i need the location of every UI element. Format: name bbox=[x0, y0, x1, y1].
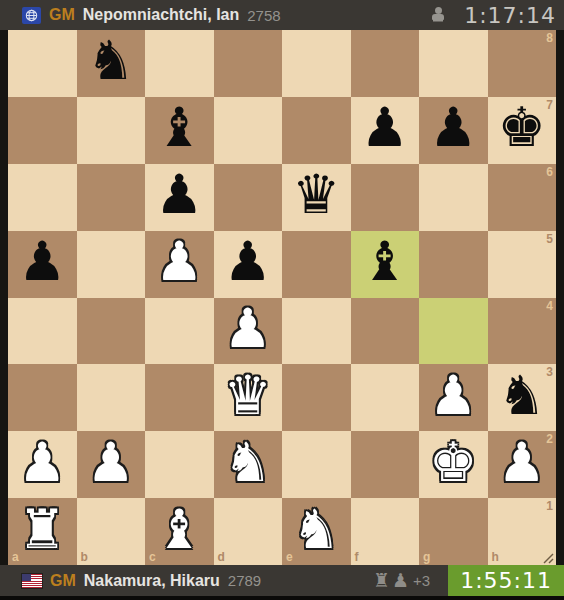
bottom-player-rating: 2789 bbox=[228, 572, 261, 589]
piece-white-pawn-c5[interactable]: ♟ bbox=[155, 235, 203, 289]
bottom-player-bar: GM Nakamura, Hikaru 2789 ♜♟+3 1:55:11 bbox=[0, 565, 564, 600]
square-f2[interactable] bbox=[351, 431, 420, 498]
square-b6[interactable] bbox=[77, 164, 146, 231]
square-g5[interactable] bbox=[419, 231, 488, 298]
square-g3[interactable]: ♟ bbox=[419, 364, 488, 431]
piece-black-pawn-d5[interactable]: ♟ bbox=[224, 235, 272, 289]
square-e8[interactable] bbox=[282, 30, 351, 97]
captured-pawn-icon: ♟ bbox=[392, 571, 409, 590]
square-b2[interactable]: ♟ bbox=[77, 431, 146, 498]
piece-black-pawn-c6[interactable]: ♟ bbox=[155, 168, 203, 222]
piece-white-queen-d3[interactable]: ♛ bbox=[224, 369, 272, 423]
square-e1[interactable]: ♞e bbox=[282, 498, 351, 565]
globe-icon bbox=[22, 7, 41, 24]
square-a7[interactable] bbox=[8, 97, 77, 164]
square-g6[interactable] bbox=[419, 164, 488, 231]
piece-white-rook-a1[interactable]: ♜ bbox=[18, 503, 66, 557]
square-b7[interactable] bbox=[77, 97, 146, 164]
square-d2[interactable]: ♞ bbox=[214, 431, 283, 498]
square-g8[interactable] bbox=[419, 30, 488, 97]
bottom-player-clock: 1:55:11 bbox=[448, 565, 564, 596]
piece-black-bishop-f5[interactable]: ♝ bbox=[361, 235, 409, 289]
rank-label-1: 1 bbox=[546, 500, 553, 512]
chess-app-window: GM Nepomniachtchi, Ian 2758 1:17:14 ♞8♝♟… bbox=[0, 0, 564, 600]
square-f6[interactable] bbox=[351, 164, 420, 231]
rank-label-7: 7 bbox=[546, 99, 553, 111]
square-d8[interactable] bbox=[214, 30, 283, 97]
square-e4[interactable] bbox=[282, 298, 351, 365]
square-c4[interactable] bbox=[145, 298, 214, 365]
file-label-c: c bbox=[149, 551, 156, 563]
bottom-player-name: Nakamura, Hikaru bbox=[84, 572, 220, 590]
square-f3[interactable] bbox=[351, 364, 420, 431]
piece-white-pawn-b2[interactable]: ♟ bbox=[87, 436, 135, 490]
square-h3[interactable]: ♞3 bbox=[488, 364, 557, 431]
square-c5[interactable]: ♟ bbox=[145, 231, 214, 298]
piece-white-pawn-h2[interactable]: ♟ bbox=[498, 436, 546, 490]
square-f5[interactable]: ♝ bbox=[351, 231, 420, 298]
square-a4[interactable] bbox=[8, 298, 77, 365]
square-f8[interactable] bbox=[351, 30, 420, 97]
square-b4[interactable] bbox=[77, 298, 146, 365]
piece-black-queen-e6[interactable]: ♛ bbox=[292, 168, 340, 222]
square-h7[interactable]: ♚7 bbox=[488, 97, 557, 164]
rank-label-2: 2 bbox=[546, 433, 553, 445]
top-player-title: GM bbox=[49, 6, 75, 24]
rank-label-3: 3 bbox=[546, 366, 553, 378]
square-e3[interactable] bbox=[282, 364, 351, 431]
square-d6[interactable] bbox=[214, 164, 283, 231]
square-e5[interactable] bbox=[282, 231, 351, 298]
square-e7[interactable] bbox=[282, 97, 351, 164]
piece-white-bishop-c1[interactable]: ♝ bbox=[155, 503, 203, 557]
rank-label-4: 4 bbox=[546, 300, 553, 312]
file-label-f: f bbox=[355, 551, 359, 563]
square-c8[interactable] bbox=[145, 30, 214, 97]
file-label-e: e bbox=[286, 551, 293, 563]
rank-label-8: 8 bbox=[546, 32, 553, 44]
square-a1[interactable]: ♜a bbox=[8, 498, 77, 565]
square-f4[interactable] bbox=[351, 298, 420, 365]
spectator-icon bbox=[430, 7, 446, 24]
square-d7[interactable] bbox=[214, 97, 283, 164]
piece-white-knight-d2[interactable]: ♞ bbox=[224, 436, 272, 490]
piece-black-pawn-g7[interactable]: ♟ bbox=[429, 101, 477, 155]
square-g7[interactable]: ♟ bbox=[419, 97, 488, 164]
square-g1[interactable]: g bbox=[419, 498, 488, 565]
square-c1[interactable]: ♝c bbox=[145, 498, 214, 565]
material-advantage: +3 bbox=[413, 572, 430, 589]
square-b1[interactable]: b bbox=[77, 498, 146, 565]
square-e2[interactable] bbox=[282, 431, 351, 498]
square-h5[interactable]: 5 bbox=[488, 231, 557, 298]
square-d3[interactable]: ♛ bbox=[214, 364, 283, 431]
board-resize-handle[interactable] bbox=[542, 552, 554, 564]
file-label-d: d bbox=[218, 551, 225, 563]
piece-black-knight-b8[interactable]: ♞ bbox=[87, 34, 135, 88]
square-e6[interactable]: ♛ bbox=[282, 164, 351, 231]
square-f1[interactable]: f bbox=[351, 498, 420, 565]
square-d4[interactable]: ♟ bbox=[214, 298, 283, 365]
square-d5[interactable]: ♟ bbox=[214, 231, 283, 298]
square-h8[interactable]: 8 bbox=[488, 30, 557, 97]
top-player-clock: 1:17:14 bbox=[464, 3, 556, 28]
board: ♞8♝♟♟♚7♟♛6♟♟♟♝5♟4♛♟♞3♟♟♞♚♟2♜ab♝cd♞efg1h bbox=[8, 30, 556, 565]
captured-rook-icon: ♜ bbox=[373, 571, 390, 590]
top-player-name: Nepomniachtchi, Ian bbox=[83, 6, 239, 24]
square-c3[interactable] bbox=[145, 364, 214, 431]
piece-black-pawn-f7[interactable]: ♟ bbox=[361, 101, 409, 155]
piece-black-king-h7[interactable]: ♚ bbox=[498, 101, 546, 155]
square-a5[interactable]: ♟ bbox=[8, 231, 77, 298]
top-player-bar: GM Nepomniachtchi, Ian 2758 1:17:14 bbox=[0, 0, 564, 30]
square-g4[interactable] bbox=[419, 298, 488, 365]
rank-label-6: 6 bbox=[546, 166, 553, 178]
square-h4[interactable]: 4 bbox=[488, 298, 557, 365]
piece-white-pawn-d4[interactable]: ♟ bbox=[224, 302, 272, 356]
square-b8[interactable]: ♞ bbox=[77, 30, 146, 97]
piece-white-pawn-g3[interactable]: ♟ bbox=[429, 369, 477, 423]
square-a3[interactable] bbox=[8, 364, 77, 431]
file-label-a: a bbox=[12, 551, 19, 563]
square-d1[interactable]: d bbox=[214, 498, 283, 565]
square-a2[interactable]: ♟ bbox=[8, 431, 77, 498]
board-area: ♞8♝♟♟♚7♟♛6♟♟♟♝5♟4♛♟♞3♟♟♞♚♟2♜ab♝cd♞efg1h bbox=[0, 30, 564, 565]
us-flag-icon bbox=[22, 574, 42, 588]
piece-white-pawn-a2[interactable]: ♟ bbox=[18, 436, 66, 490]
square-h6[interactable]: 6 bbox=[488, 164, 557, 231]
piece-black-bishop-c7[interactable]: ♝ bbox=[155, 101, 203, 155]
piece-white-king-g2[interactable]: ♚ bbox=[429, 436, 477, 490]
square-g2[interactable]: ♚ bbox=[419, 431, 488, 498]
captured-pieces-tray: ♜♟+3 bbox=[373, 571, 430, 590]
square-b5[interactable] bbox=[77, 231, 146, 298]
square-c6[interactable]: ♟ bbox=[145, 164, 214, 231]
square-h2[interactable]: ♟2 bbox=[488, 431, 557, 498]
piece-white-knight-e1[interactable]: ♞ bbox=[292, 503, 340, 557]
piece-black-knight-h3[interactable]: ♞ bbox=[498, 369, 546, 423]
square-f7[interactable]: ♟ bbox=[351, 97, 420, 164]
square-a8[interactable] bbox=[8, 30, 77, 97]
square-c2[interactable] bbox=[145, 431, 214, 498]
file-label-g: g bbox=[423, 551, 430, 563]
bottom-player-title: GM bbox=[50, 572, 76, 590]
file-label-h: h bbox=[492, 551, 499, 563]
square-a6[interactable] bbox=[8, 164, 77, 231]
square-c7[interactable]: ♝ bbox=[145, 97, 214, 164]
piece-black-pawn-a5[interactable]: ♟ bbox=[18, 235, 66, 289]
square-b3[interactable] bbox=[77, 364, 146, 431]
rank-label-5: 5 bbox=[546, 233, 553, 245]
top-player-rating: 2758 bbox=[247, 7, 280, 24]
file-label-b: b bbox=[81, 551, 88, 563]
